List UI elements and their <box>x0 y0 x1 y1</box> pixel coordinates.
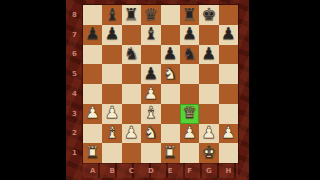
piece-white-pawn: ♟ <box>105 105 120 122</box>
rank-labels: 8 7 6 5 4 3 2 1 <box>68 5 81 163</box>
square-g3[interactable] <box>199 104 218 124</box>
square-g6[interactable]: ♟ <box>199 45 218 65</box>
square-d1[interactable] <box>141 143 160 163</box>
square-d5[interactable]: ♟ <box>141 64 160 84</box>
piece-white-knight: ♞ <box>143 125 158 142</box>
square-b1[interactable] <box>102 143 121 163</box>
piece-black-king: ♚ <box>202 6 217 23</box>
square-b4[interactable] <box>102 84 121 104</box>
square-h6[interactable] <box>219 45 238 65</box>
square-a3[interactable]: ♟ <box>83 104 102 124</box>
square-g5[interactable] <box>199 64 218 84</box>
square-h3[interactable] <box>219 104 238 124</box>
square-g7[interactable] <box>199 25 218 45</box>
piece-black-knight: ♞ <box>182 46 197 63</box>
square-d2[interactable]: ♞ <box>141 124 160 144</box>
square-g4[interactable] <box>199 84 218 104</box>
square-a2[interactable] <box>83 124 102 144</box>
square-f2[interactable]: ♟ <box>180 124 199 144</box>
square-c5[interactable] <box>122 64 141 84</box>
square-b2[interactable]: ♝ <box>102 124 121 144</box>
rank-label-2: 2 <box>68 124 81 144</box>
piece-white-pawn: ♟ <box>202 125 217 142</box>
piece-white-pawn: ♟ <box>124 125 139 142</box>
square-f5[interactable] <box>180 64 199 84</box>
file-labels: A B C D E F G H <box>83 163 238 178</box>
square-a4[interactable] <box>83 84 102 104</box>
square-h2[interactable]: ♟ <box>219 124 238 144</box>
piece-white-pawn: ♟ <box>182 125 197 142</box>
square-c6[interactable]: ♞ <box>122 45 141 65</box>
piece-white-bishop: ♝ <box>105 125 120 142</box>
piece-white-queen: ♛ <box>182 105 197 122</box>
square-f4[interactable] <box>180 84 199 104</box>
square-c8[interactable]: ♜ <box>122 5 141 25</box>
square-e5[interactable]: ♞ <box>161 64 180 84</box>
square-a7[interactable]: ♟ <box>83 25 102 45</box>
piece-black-pawn: ♟ <box>163 46 178 63</box>
piece-black-rook: ♜ <box>182 6 197 23</box>
piece-black-bishop: ♝ <box>105 6 120 23</box>
square-e4[interactable] <box>161 84 180 104</box>
square-h5[interactable] <box>219 64 238 84</box>
piece-white-knight: ♞ <box>163 65 178 82</box>
file-label-c: C <box>122 163 141 178</box>
square-f6[interactable]: ♞ <box>180 45 199 65</box>
rank-label-6: 6 <box>68 45 81 65</box>
square-b5[interactable] <box>102 64 121 84</box>
piece-black-bishop: ♝ <box>143 26 158 43</box>
square-e8[interactable] <box>161 5 180 25</box>
piece-white-rook: ♜ <box>85 144 100 161</box>
square-e2[interactable] <box>161 124 180 144</box>
file-label-d: D <box>141 163 160 178</box>
piece-white-rook: ♜ <box>163 144 178 161</box>
piece-black-pawn: ♟ <box>85 26 100 43</box>
square-e3[interactable] <box>161 104 180 124</box>
piece-white-king: ♚ <box>202 144 217 161</box>
rank-label-5: 5 <box>68 64 81 84</box>
square-d3[interactable]: ♝ <box>141 104 160 124</box>
piece-white-pawn: ♟ <box>221 125 236 142</box>
piece-black-pawn: ♟ <box>202 46 217 63</box>
piece-black-rook: ♜ <box>124 6 139 23</box>
board: ♝♜♛♜♚♟♟♝♟♟♞♟♞♟♟♞♟♟♟♝♛♝♟♞♟♟♟♜♜♚ <box>83 5 238 163</box>
square-f1[interactable] <box>180 143 199 163</box>
rank-label-3: 3 <box>68 104 81 124</box>
square-b6[interactable] <box>102 45 121 65</box>
piece-white-pawn: ♟ <box>85 105 100 122</box>
file-label-f: F <box>180 163 199 178</box>
square-c3[interactable] <box>122 104 141 124</box>
file-label-b: B <box>102 163 121 178</box>
square-h8[interactable] <box>219 5 238 25</box>
square-b7[interactable]: ♟ <box>102 25 121 45</box>
rank-label-4: 4 <box>68 84 81 104</box>
square-h4[interactable] <box>219 84 238 104</box>
rank-label-7: 7 <box>68 25 81 45</box>
square-f8[interactable]: ♜ <box>180 5 199 25</box>
piece-black-pawn: ♟ <box>221 26 236 43</box>
square-f3[interactable]: ♛ <box>180 104 199 124</box>
square-d6[interactable] <box>141 45 160 65</box>
rank-label-1: 1 <box>68 143 81 163</box>
square-e1[interactable]: ♜ <box>161 143 180 163</box>
square-c7[interactable] <box>122 25 141 45</box>
piece-black-pawn: ♟ <box>182 26 197 43</box>
square-g1[interactable]: ♚ <box>199 143 218 163</box>
square-c1[interactable] <box>122 143 141 163</box>
square-a5[interactable] <box>83 64 102 84</box>
file-label-g: G <box>199 163 218 178</box>
piece-black-pawn: ♟ <box>105 26 120 43</box>
file-label-a: A <box>83 163 102 178</box>
piece-black-queen: ♛ <box>143 6 158 23</box>
square-a1[interactable]: ♜ <box>83 143 102 163</box>
rank-label-8: 8 <box>68 5 81 25</box>
square-b3[interactable]: ♟ <box>102 104 121 124</box>
square-a6[interactable] <box>83 45 102 65</box>
piece-black-pawn: ♟ <box>143 65 158 82</box>
square-d7[interactable]: ♝ <box>141 25 160 45</box>
piece-white-pawn: ♟ <box>143 85 158 102</box>
square-e7[interactable] <box>161 25 180 45</box>
square-f7[interactable]: ♟ <box>180 25 199 45</box>
square-a8[interactable] <box>83 5 102 25</box>
square-b8[interactable]: ♝ <box>102 5 121 25</box>
board-frame: 8 7 6 5 4 3 2 1 ♝♜♛♜♚♟♟♝♟♟♞♟♞♟♟♞♟♟♟♝♛♝♟♞… <box>66 0 249 180</box>
piece-black-knight: ♞ <box>124 46 139 63</box>
square-h7[interactable]: ♟ <box>219 25 238 45</box>
square-d8[interactable]: ♛ <box>141 5 160 25</box>
square-g8[interactable]: ♚ <box>199 5 218 25</box>
square-c2[interactable]: ♟ <box>122 124 141 144</box>
square-g2[interactable]: ♟ <box>199 124 218 144</box>
file-label-e: E <box>161 163 180 178</box>
piece-white-bishop: ♝ <box>143 105 158 122</box>
square-c4[interactable] <box>122 84 141 104</box>
file-label-h: H <box>219 163 238 178</box>
square-e6[interactable]: ♟ <box>161 45 180 65</box>
square-h1[interactable] <box>219 143 238 163</box>
square-d4[interactable]: ♟ <box>141 84 160 104</box>
